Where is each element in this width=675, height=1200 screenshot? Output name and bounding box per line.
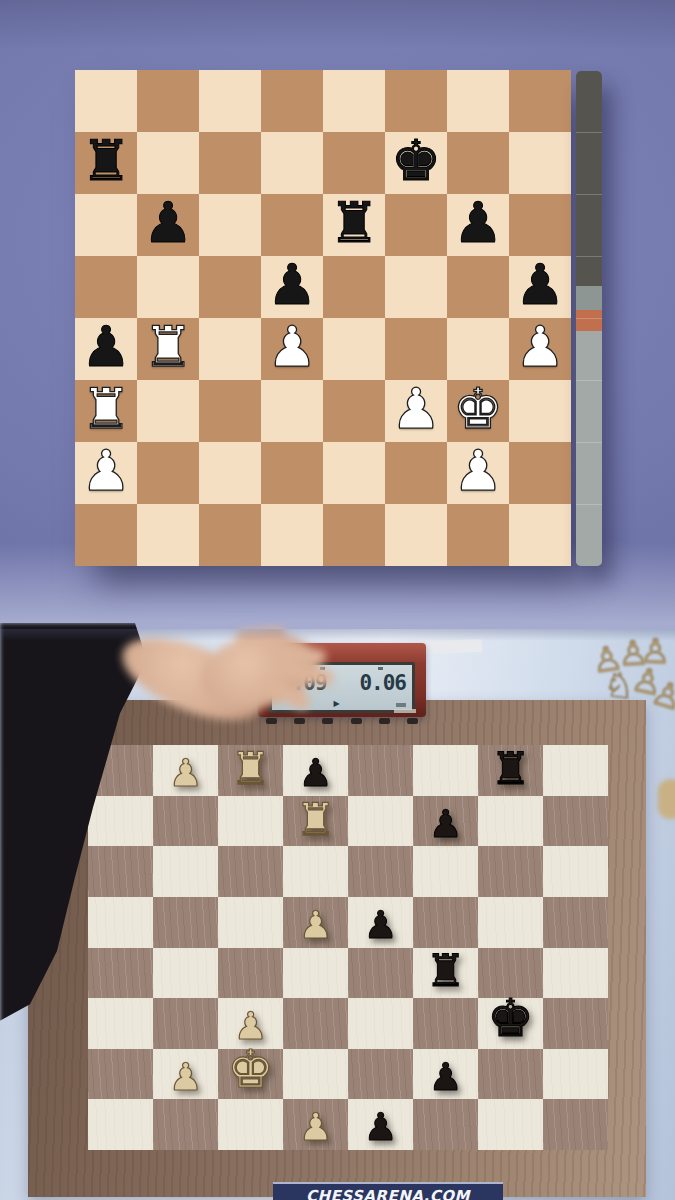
photo-square-f3 [218, 998, 283, 1049]
diagram-square-f2 [385, 442, 447, 504]
diagram-square-a7: ♜ [75, 132, 137, 194]
photo-square-c6 [413, 846, 478, 897]
diagram-square-c3 [199, 380, 261, 442]
clock-time-right: 0.06 [359, 671, 406, 695]
diagram-square-g2: ♟ [447, 442, 509, 504]
photo-square-a6 [413, 745, 478, 796]
diagram-square-b4: ♜ [137, 318, 199, 380]
diagram-piece-white-p-h4: ♟ [515, 316, 565, 378]
diagram-square-a3: ♜ [75, 380, 137, 442]
diagram-piece-black-p-h5: ♟ [515, 254, 565, 316]
diagram-square-a5 [75, 256, 137, 318]
photo-square-c3 [218, 846, 283, 897]
live-board-photo: ♟♟♟♟♟♟♟ ♙♙♙♘♙♙ 0.09 0.06 ▶ ♟♜♟♜ [0, 629, 675, 1200]
diagram-panel: ♜♚♟♜♟♟♟♟♜♟♟♜♟♚♟♟ [0, 0, 675, 629]
diagram-square-d7 [261, 132, 323, 194]
photo-square-f8 [543, 998, 608, 1049]
photo-square-f5 [348, 998, 413, 1049]
diagram-piece-white-p-d4: ♟ [267, 316, 317, 378]
photo-square-c1 [88, 846, 153, 897]
photo-square-a8 [543, 745, 608, 796]
diagram-square-d8 [261, 70, 323, 132]
diagram-piece-black-p-b6: ♟ [143, 192, 193, 254]
photo-square-e5 [348, 948, 413, 999]
photo-square-c4 [283, 846, 348, 897]
photo-square-f1 [88, 998, 153, 1049]
diagram-piece-white-k-g3: ♚ [453, 378, 503, 440]
diagram-square-b6: ♟ [137, 194, 199, 256]
photo-square-c8 [543, 846, 608, 897]
diagram-piece-black-r-a7: ♜ [81, 130, 131, 192]
photo-square-d6 [413, 897, 478, 948]
diagram-square-e6: ♜ [323, 194, 385, 256]
diagram-square-g1 [447, 504, 509, 566]
photo-square-b3 [218, 796, 283, 847]
photo-square-b1 [88, 796, 153, 847]
diagram-piece-white-r-b4: ♜ [143, 316, 193, 378]
diagram-square-c6 [199, 194, 261, 256]
photo-square-g3 [218, 1049, 283, 1100]
diagram-square-h2 [509, 442, 571, 504]
diagram-square-h6 [509, 194, 571, 256]
diagram-square-h7 [509, 132, 571, 194]
diagram-square-c1 [199, 504, 261, 566]
diagram-square-b2 [137, 442, 199, 504]
site-banner: CHESSARENA.COM [273, 1182, 503, 1200]
photo-square-f7 [478, 998, 543, 1049]
clock-button [266, 718, 277, 724]
diagram-square-d5: ♟ [261, 256, 323, 318]
diagram-square-a2: ♟ [75, 442, 137, 504]
photo-square-a3 [218, 745, 283, 796]
clock-button [407, 718, 418, 724]
photo-square-g7 [478, 1049, 543, 1100]
photo-square-e3 [218, 948, 283, 999]
photo-square-g5 [348, 1049, 413, 1100]
photo-square-d4 [283, 897, 348, 948]
clock-brand-mark [394, 709, 416, 713]
diagram-square-e4 [323, 318, 385, 380]
photo-square-f4 [283, 998, 348, 1049]
white-piece-off-board [658, 779, 675, 819]
diagram-square-c2 [199, 442, 261, 504]
photo-square-c5 [348, 846, 413, 897]
photo-square-h1 [88, 1099, 153, 1150]
diagram-square-h5: ♟ [509, 256, 571, 318]
diagram-square-h8 [509, 70, 571, 132]
photo-square-a4 [283, 745, 348, 796]
photo-board [88, 745, 608, 1150]
photo-square-d3 [218, 897, 283, 948]
photo-square-e6 [413, 948, 478, 999]
photo-square-b8 [543, 796, 608, 847]
clock-button [294, 718, 305, 724]
diagram-square-d3 [261, 380, 323, 442]
diagram-square-d4: ♟ [261, 318, 323, 380]
diagram-square-g5 [447, 256, 509, 318]
photo-square-h2 [153, 1099, 218, 1150]
diagram-square-f4 [385, 318, 447, 380]
diagram-square-g8 [447, 70, 509, 132]
photo-square-g6 [413, 1049, 478, 1100]
photo-square-f2 [153, 998, 218, 1049]
photo-square-d5 [348, 897, 413, 948]
photo-square-h6 [413, 1099, 478, 1150]
diagram-square-c7 [199, 132, 261, 194]
photo-square-a7 [478, 745, 543, 796]
photo-square-f6 [413, 998, 478, 1049]
diagram-square-f8 [385, 70, 447, 132]
diagram-square-h3 [509, 380, 571, 442]
diagram-square-b1 [137, 504, 199, 566]
photo-square-d1 [88, 897, 153, 948]
diagram-square-f7: ♚ [385, 132, 447, 194]
diagram-square-f6 [385, 194, 447, 256]
diagram-piece-white-p-g2: ♟ [453, 440, 503, 502]
diagram-square-c8 [199, 70, 261, 132]
diagram-piece-white-p-a2: ♟ [81, 440, 131, 502]
clock-button [322, 718, 333, 724]
evaluation-bar [576, 71, 602, 566]
diagram-piece-black-p-g6: ♟ [453, 192, 503, 254]
photo-square-e7 [478, 948, 543, 999]
diagram-square-c4 [199, 318, 261, 380]
diagram-square-h1 [509, 504, 571, 566]
diagram-square-d6 [261, 194, 323, 256]
diagram-square-e3 [323, 380, 385, 442]
turn-arrow-icon: ▶ [334, 700, 340, 708]
battery-icon [396, 703, 406, 707]
photo-square-e4 [283, 948, 348, 999]
photo-square-g1 [88, 1049, 153, 1100]
diagram-square-f3: ♟ [385, 380, 447, 442]
diagram-square-e1 [323, 504, 385, 566]
photo-square-b6 [413, 796, 478, 847]
diagram-square-b5 [137, 256, 199, 318]
diagram-piece-black-k-f7: ♚ [391, 130, 441, 192]
photo-square-b4 [283, 796, 348, 847]
clock-button [351, 718, 362, 724]
photo-square-c7 [478, 846, 543, 897]
site-banner-text: CHESSARENA.COM [306, 1187, 470, 1200]
photo-square-c2 [153, 846, 218, 897]
clock-buttons [266, 718, 418, 726]
diagram-square-g4 [447, 318, 509, 380]
photo-square-g2 [153, 1049, 218, 1100]
diagram-square-h4: ♟ [509, 318, 571, 380]
diagram-square-c5 [199, 256, 261, 318]
photo-square-e1 [88, 948, 153, 999]
photo-square-b7 [478, 796, 543, 847]
diagram-square-a1 [75, 504, 137, 566]
diagram-square-d2 [261, 442, 323, 504]
photo-square-h8 [543, 1099, 608, 1150]
photo-square-g4 [283, 1049, 348, 1100]
diagram-piece-black-p-d5: ♟ [267, 254, 317, 316]
diagram-square-g3: ♚ [447, 380, 509, 442]
wooden-board-frame: ♟♜♟♜♜♟♟♟♜♟♚♟♚♟♟♟ [28, 700, 646, 1197]
photo-square-d2 [153, 897, 218, 948]
diagram-square-a6 [75, 194, 137, 256]
diagram-square-d1 [261, 504, 323, 566]
diagram-square-e5 [323, 256, 385, 318]
diagram-square-b7 [137, 132, 199, 194]
diagram-square-f5 [385, 256, 447, 318]
diagram-square-g7 [447, 132, 509, 194]
photo-square-b2 [153, 796, 218, 847]
photo-square-e2 [153, 948, 218, 999]
diagram-square-g6: ♟ [447, 194, 509, 256]
photo-square-d7 [478, 897, 543, 948]
photo-square-a2 [153, 745, 218, 796]
photo-square-h7 [478, 1099, 543, 1150]
diagram-square-a8 [75, 70, 137, 132]
evaluation-bar-ticks [576, 71, 602, 566]
diagram-square-b3 [137, 380, 199, 442]
diagram-piece-black-r-e6: ♜ [329, 192, 379, 254]
photo-square-h4 [283, 1099, 348, 1150]
diagram-square-e2 [323, 442, 385, 504]
diagram-piece-black-p-a4: ♟ [81, 316, 131, 378]
photo-square-h5 [348, 1099, 413, 1150]
clock-button [379, 718, 390, 724]
photo-square-d8 [543, 897, 608, 948]
diagram-square-e8 [323, 70, 385, 132]
photo-square-a5 [348, 745, 413, 796]
scoresheet-card [420, 639, 482, 654]
photo-square-g8 [543, 1049, 608, 1100]
diagram-piece-white-r-a3: ♜ [81, 378, 131, 440]
diagram-square-b8 [137, 70, 199, 132]
broadcast-frame: ♜♚♟♜♟♟♟♟♜♟♟♜♟♚♟♟ ♟♟♟♟♟♟♟ ♙♙♙♘♙♙ 0.09 0.0… [0, 0, 675, 1200]
diagram-square-a4: ♟ [75, 318, 137, 380]
diagram-square-e7 [323, 132, 385, 194]
photo-square-h3 [218, 1099, 283, 1150]
diagram-board: ♜♚♟♜♟♟♟♟♜♟♟♜♟♚♟♟ [75, 70, 571, 566]
photo-square-b5 [348, 796, 413, 847]
diagram-piece-white-p-f3: ♟ [391, 378, 441, 440]
flag-indicator-right [378, 667, 383, 670]
diagram-square-f1 [385, 504, 447, 566]
photo-square-e8 [543, 948, 608, 999]
